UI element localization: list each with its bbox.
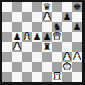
square-b8 <box>12 2 22 12</box>
square-e5: ♟ <box>42 32 52 42</box>
square-h2 <box>72 62 82 72</box>
square-h5 <box>72 32 82 42</box>
square-h8: ♚ <box>72 2 82 12</box>
square-g2: ♚ <box>62 62 72 72</box>
square-d7 <box>32 12 42 22</box>
square-d5: ♟ <box>32 32 42 42</box>
black-queen: ♛ <box>43 2 52 12</box>
square-c7 <box>22 12 32 22</box>
square-g8 <box>62 2 72 12</box>
black-pawn: ♟ <box>73 22 82 32</box>
square-a2 <box>2 62 12 72</box>
square-a7 <box>2 12 12 22</box>
white-bishop: ♝ <box>23 32 32 42</box>
square-b6 <box>12 22 22 32</box>
square-h3: ♟ <box>72 52 82 62</box>
square-c1 <box>22 72 32 82</box>
square-a5 <box>2 32 12 42</box>
square-g1 <box>62 72 72 82</box>
square-h1 <box>72 72 82 82</box>
square-g6 <box>62 22 72 32</box>
square-h6: ♟ <box>72 22 82 32</box>
square-h7 <box>72 12 82 22</box>
white-pawn: ♟ <box>13 42 22 52</box>
square-h4 <box>72 42 82 52</box>
square-a4 <box>2 42 12 52</box>
square-c5: ♝ <box>22 32 32 42</box>
square-d6 <box>32 22 42 32</box>
square-a8 <box>2 2 12 12</box>
square-d4 <box>32 42 42 52</box>
square-b1 <box>12 72 22 82</box>
square-f8 <box>52 2 62 12</box>
white-rook: ♜ <box>53 72 62 82</box>
square-e1 <box>42 72 52 82</box>
square-b2 <box>12 62 22 72</box>
black-pawn: ♟ <box>43 32 52 42</box>
square-b3 <box>12 52 22 62</box>
white-pawn: ♟ <box>73 52 82 62</box>
square-a3 <box>2 52 12 62</box>
square-d3 <box>32 52 42 62</box>
square-e8: ♛ <box>42 2 52 12</box>
black-pawn: ♟ <box>63 12 72 22</box>
square-f6: ♞ <box>52 22 62 32</box>
square-b4: ♟ <box>12 42 22 52</box>
square-c4 <box>22 42 32 52</box>
square-d2 <box>32 62 42 72</box>
black-rook: ♜ <box>43 42 52 52</box>
square-c2 <box>22 62 32 72</box>
square-c6 <box>22 22 32 32</box>
square-e4: ♜ <box>42 42 52 52</box>
square-f7 <box>52 12 62 22</box>
chess-diagram: ♛♚♟♟♞♟♟♝♟♟♛♟♜♟♟♚♜ <box>0 0 85 85</box>
square-g7: ♟ <box>62 12 72 22</box>
square-e6 <box>42 22 52 32</box>
square-c3 <box>22 52 32 62</box>
square-f5: ♛ <box>52 32 62 42</box>
black-pawn: ♟ <box>33 32 42 42</box>
square-a1 <box>2 72 12 82</box>
square-e7: ♟ <box>42 12 52 22</box>
square-g4 <box>62 42 72 52</box>
square-e2 <box>42 62 52 72</box>
square-g5 <box>62 32 72 42</box>
square-d8 <box>32 2 42 12</box>
black-king: ♚ <box>73 2 82 12</box>
black-pawn: ♟ <box>13 32 22 42</box>
square-f3 <box>52 52 62 62</box>
black-knight: ♞ <box>53 22 62 32</box>
chess-board[interactable]: ♛♚♟♟♞♟♟♝♟♟♛♟♜♟♟♚♜ <box>2 2 82 82</box>
square-f2 <box>52 62 62 72</box>
square-e3 <box>42 52 52 62</box>
square-a6 <box>2 22 12 32</box>
white-king: ♚ <box>63 62 72 72</box>
square-f4 <box>52 42 62 52</box>
square-b5: ♟ <box>12 32 22 42</box>
square-b7 <box>12 12 22 22</box>
square-f1: ♜ <box>52 72 62 82</box>
white-pawn: ♟ <box>63 52 72 62</box>
white-pawn: ♟ <box>43 12 52 22</box>
square-g3: ♟ <box>62 52 72 62</box>
white-queen: ♛ <box>53 32 62 42</box>
square-c8 <box>22 2 32 12</box>
square-d1 <box>32 72 42 82</box>
